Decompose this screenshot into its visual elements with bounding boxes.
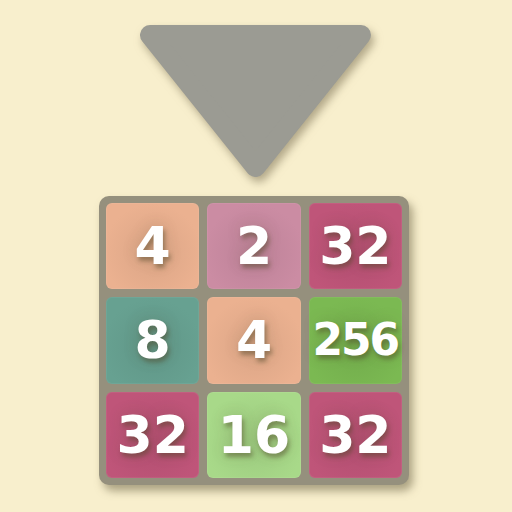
tile-r1-c0: 8 (106, 297, 199, 383)
tile-value: 32 (116, 409, 188, 461)
tile-value: 8 (135, 314, 171, 366)
tile-r2-c2: 32 (309, 392, 402, 478)
game-screen: 4 2 32 8 4 256 32 16 32 (0, 0, 512, 512)
tile-r1-c2: 256 (309, 297, 402, 383)
tile-r1-c1: 4 (207, 297, 300, 383)
tile-r0-c1: 2 (207, 203, 300, 289)
board[interactable]: 4 2 32 8 4 256 32 16 32 (99, 196, 409, 485)
move-down-arrow-icon[interactable] (139, 25, 372, 178)
tile-value: 32 (319, 220, 391, 272)
tile-value: 4 (135, 220, 171, 272)
tile-r2-c0: 32 (106, 392, 199, 478)
tile-value: 2 (236, 220, 272, 272)
tile-r0-c2: 32 (309, 203, 402, 289)
down-triangle-shape (150, 35, 361, 167)
tile-value: 32 (319, 409, 391, 461)
tile-r0-c0: 4 (106, 203, 199, 289)
tile-value: 256 (312, 318, 398, 362)
tile-r2-c1: 16 (207, 392, 300, 478)
tile-value: 16 (218, 409, 290, 461)
tile-value: 4 (236, 314, 272, 366)
